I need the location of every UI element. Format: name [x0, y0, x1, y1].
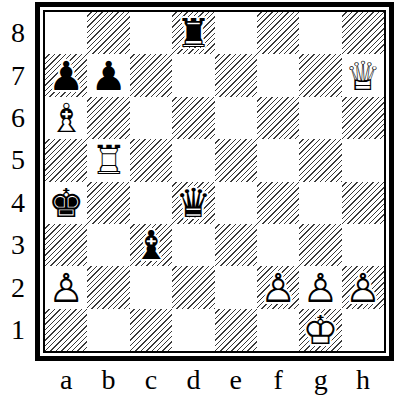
piece-glyph: ♚ [45, 182, 87, 224]
board-frame: ♜♜♟♟♟♟♛♕♝♗♜♖♚♚♛♛♝♝♟♙♟♙♟♙♟♙♚♔ [35, 2, 394, 361]
square-c3[interactable]: ♝♝ [130, 224, 172, 266]
square-a1[interactable] [45, 309, 87, 351]
square-g5[interactable] [299, 139, 341, 181]
white-pawn-a2[interactable]: ♟♙ [45, 266, 87, 308]
piece-glyph: ♙ [257, 266, 299, 308]
file-label-g: g [299, 363, 341, 397]
piece-glyph: ♖ [87, 139, 129, 181]
white-bishop-a6[interactable]: ♝♗ [45, 97, 87, 139]
white-pawn-f2[interactable]: ♟♙ [257, 266, 299, 308]
square-g4[interactable] [299, 182, 341, 224]
file-label-a: a [45, 363, 87, 397]
white-pawn-g2[interactable]: ♟♙ [299, 266, 341, 308]
square-a4[interactable]: ♚♚ [45, 182, 87, 224]
square-a6[interactable]: ♝♗ [45, 97, 87, 139]
square-e3[interactable] [215, 224, 257, 266]
square-d4[interactable]: ♛♛ [172, 182, 214, 224]
piece-glyph: ♕ [342, 54, 384, 96]
square-b7[interactable]: ♟♟ [87, 54, 129, 96]
square-h1[interactable] [342, 309, 384, 351]
square-d1[interactable] [172, 309, 214, 351]
black-king-a4[interactable]: ♚♚ [45, 182, 87, 224]
file-label-b: b [87, 363, 129, 397]
piece-glyph: ♗ [45, 97, 87, 139]
square-f1[interactable] [257, 309, 299, 351]
rank-label-5: 5 [0, 139, 36, 181]
file-labels: abcdefgh [45, 363, 384, 397]
square-h3[interactable] [342, 224, 384, 266]
square-g6[interactable] [299, 97, 341, 139]
square-c1[interactable] [130, 309, 172, 351]
board-inner-border: ♜♜♟♟♟♟♛♕♝♗♜♖♚♚♛♛♝♝♟♙♟♙♟♙♟♙♚♔ [43, 10, 386, 353]
square-c5[interactable] [130, 139, 172, 181]
square-g1[interactable]: ♚♔ [299, 309, 341, 351]
white-rook-b5[interactable]: ♜♖ [87, 139, 129, 181]
white-king-g1[interactable]: ♚♔ [299, 309, 341, 351]
square-b1[interactable] [87, 309, 129, 351]
black-pawn-a7[interactable]: ♟♟ [45, 54, 87, 96]
rank-label-2: 2 [0, 266, 36, 308]
square-g8[interactable] [299, 12, 341, 54]
square-h2[interactable]: ♟♙ [342, 266, 384, 308]
white-pawn-h2[interactable]: ♟♙ [342, 266, 384, 308]
square-f8[interactable] [257, 12, 299, 54]
square-a7[interactable]: ♟♟ [45, 54, 87, 96]
piece-glyph: ♙ [342, 266, 384, 308]
square-h6[interactable] [342, 97, 384, 139]
square-e6[interactable] [215, 97, 257, 139]
square-c6[interactable] [130, 97, 172, 139]
square-h4[interactable] [342, 182, 384, 224]
square-g3[interactable] [299, 224, 341, 266]
square-e7[interactable] [215, 54, 257, 96]
square-d5[interactable] [172, 139, 214, 181]
square-c2[interactable] [130, 266, 172, 308]
square-f2[interactable]: ♟♙ [257, 266, 299, 308]
piece-glyph: ♔ [299, 309, 341, 351]
square-g2[interactable]: ♟♙ [299, 266, 341, 308]
black-bishop-c3[interactable]: ♝♝ [130, 224, 172, 266]
square-a3[interactable] [45, 224, 87, 266]
square-e2[interactable] [215, 266, 257, 308]
square-e1[interactable] [215, 309, 257, 351]
board: ♜♜♟♟♟♟♛♕♝♗♜♖♚♚♛♛♝♝♟♙♟♙♟♙♟♙♚♔ [45, 12, 384, 351]
square-e8[interactable] [215, 12, 257, 54]
file-label-e: e [215, 363, 257, 397]
square-f3[interactable] [257, 224, 299, 266]
rank-labels: 87654321 [0, 12, 36, 351]
square-b2[interactable] [87, 266, 129, 308]
file-label-f: f [257, 363, 299, 397]
file-label-d: d [172, 363, 214, 397]
file-label-h: h [342, 363, 384, 397]
rank-label-7: 7 [0, 54, 36, 96]
square-b8[interactable] [87, 12, 129, 54]
square-e4[interactable] [215, 182, 257, 224]
square-c7[interactable] [130, 54, 172, 96]
square-e5[interactable] [215, 139, 257, 181]
rank-label-6: 6 [0, 97, 36, 139]
square-h7[interactable]: ♛♕ [342, 54, 384, 96]
rank-label-3: 3 [0, 224, 36, 266]
black-pawn-b7[interactable]: ♟♟ [87, 54, 129, 96]
square-f4[interactable] [257, 182, 299, 224]
piece-glyph: ♛ [172, 182, 214, 224]
square-f6[interactable] [257, 97, 299, 139]
square-b5[interactable]: ♜♖ [87, 139, 129, 181]
file-label-c: c [130, 363, 172, 397]
piece-glyph: ♝ [130, 224, 172, 266]
square-g7[interactable] [299, 54, 341, 96]
square-f7[interactable] [257, 54, 299, 96]
rank-label-1: 1 [0, 309, 36, 351]
square-c4[interactable] [130, 182, 172, 224]
square-f5[interactable] [257, 139, 299, 181]
square-d6[interactable] [172, 97, 214, 139]
rank-label-4: 4 [0, 182, 36, 224]
piece-glyph: ♟ [87, 54, 129, 96]
square-b6[interactable] [87, 97, 129, 139]
square-d2[interactable] [172, 266, 214, 308]
square-h8[interactable] [342, 12, 384, 54]
piece-glyph: ♟ [45, 54, 87, 96]
square-b3[interactable] [87, 224, 129, 266]
white-queen-h7[interactable]: ♛♕ [342, 54, 384, 96]
black-rook-d8[interactable]: ♜♜ [172, 12, 214, 54]
chess-diagram: 87654321 ♜♜♟♟♟♟♛♕♝♗♜♖♚♚♛♛♝♝♟♙♟♙♟♙♟♙♚♔ ab… [0, 0, 400, 400]
square-d3[interactable] [172, 224, 214, 266]
square-c8[interactable] [130, 12, 172, 54]
square-b4[interactable] [87, 182, 129, 224]
square-a8[interactable] [45, 12, 87, 54]
piece-glyph: ♙ [45, 266, 87, 308]
piece-glyph: ♜ [172, 12, 214, 54]
square-a5[interactable] [45, 139, 87, 181]
square-a2[interactable]: ♟♙ [45, 266, 87, 308]
piece-glyph: ♙ [299, 266, 341, 308]
square-d8[interactable]: ♜♜ [172, 12, 214, 54]
rank-label-8: 8 [0, 12, 36, 54]
black-queen-d4[interactable]: ♛♛ [172, 182, 214, 224]
square-d7[interactable] [172, 54, 214, 96]
square-h5[interactable] [342, 139, 384, 181]
